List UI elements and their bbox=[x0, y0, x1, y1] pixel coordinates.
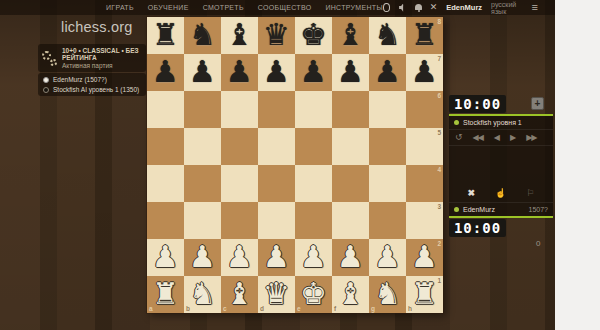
black-pawn[interactable]: ♟ bbox=[221, 54, 258, 91]
square-e2[interactable]: ♟ bbox=[295, 239, 332, 276]
square-f6[interactable] bbox=[332, 91, 369, 128]
white-pawn[interactable]: ♟ bbox=[221, 239, 258, 276]
black-queen[interactable]: ♛ bbox=[258, 17, 295, 54]
offer-draw-icon[interactable]: ☝ bbox=[495, 188, 506, 199]
square-g4[interactable] bbox=[369, 165, 406, 202]
square-g3[interactable] bbox=[369, 202, 406, 239]
square-h8[interactable]: ♜8 bbox=[406, 17, 443, 54]
square-a8[interactable]: ♜ bbox=[147, 17, 184, 54]
resign-flag-icon[interactable]: ⚐ bbox=[526, 188, 534, 199]
main-menu: ИГРАТЬ ОБУЧЕНИЕ СМОТРЕТЬ СООБЩЕСТВО ИНСТ… bbox=[106, 4, 383, 11]
square-g1[interactable]: ♞g bbox=[369, 276, 406, 313]
square-d8[interactable]: ♛ bbox=[258, 17, 295, 54]
square-h5[interactable]: 5 bbox=[406, 128, 443, 165]
abort-game-icon[interactable]: ✖ bbox=[468, 188, 476, 199]
square-c8[interactable]: ♝ bbox=[221, 17, 258, 54]
black-knight[interactable]: ♞ bbox=[369, 17, 406, 54]
square-e3[interactable] bbox=[295, 202, 332, 239]
last-move-icon[interactable]: ▶▶ bbox=[526, 133, 536, 142]
square-b6[interactable] bbox=[184, 91, 221, 128]
player-row-white[interactable]: EdenMurz (1507?) bbox=[43, 76, 141, 83]
file-label-d: d bbox=[260, 306, 264, 312]
gears-icon bbox=[42, 50, 58, 66]
black-king[interactable]: ♚ bbox=[295, 17, 332, 54]
square-e5[interactable] bbox=[295, 128, 332, 165]
chess-board: ♜♞♝♛♚♝♞♜8♟♟♟♟♟♟♟♟76543♟♟♟♟♟♟♟♟2♜a♞b♝c♛d♚… bbox=[147, 17, 443, 313]
black-pawn[interactable]: ♟ bbox=[147, 54, 184, 91]
white-pawn[interactable]: ♟ bbox=[147, 239, 184, 276]
rank-label-7: 7 bbox=[437, 56, 441, 62]
black-pawn[interactable]: ♟ bbox=[295, 54, 332, 91]
square-f8[interactable]: ♝ bbox=[332, 17, 369, 54]
panel-divider-bottom bbox=[449, 216, 553, 218]
square-f5[interactable] bbox=[332, 128, 369, 165]
rank-label-5: 5 bbox=[437, 130, 441, 136]
square-d7[interactable]: ♟ bbox=[258, 54, 295, 91]
top-nav-bar: ИГРАТЬ ОБУЧЕНИЕ СМОТРЕТЬ СООБЩЕСТВО ИНСТ… bbox=[0, 0, 555, 15]
square-e7[interactable]: ♟ bbox=[295, 54, 332, 91]
black-player-row[interactable]: Stockfish уровня 1 bbox=[449, 116, 553, 130]
white-clock: 10:00 bbox=[449, 219, 506, 237]
square-c6[interactable] bbox=[221, 91, 258, 128]
black-bishop[interactable]: ♝ bbox=[332, 17, 369, 54]
move-nav-row: ↺ ◀◀ ◀ ▶ ▶▶ bbox=[449, 130, 553, 146]
online-dot-icon bbox=[454, 207, 459, 212]
white-pawn[interactable]: ♟ bbox=[258, 239, 295, 276]
white-player-name: EdenMurz bbox=[463, 206, 495, 213]
square-b3[interactable] bbox=[184, 202, 221, 239]
sound-icon[interactable] bbox=[399, 4, 406, 12]
square-g2[interactable]: ♟ bbox=[369, 239, 406, 276]
square-g6[interactable] bbox=[369, 91, 406, 128]
black-pawn[interactable]: ♟ bbox=[332, 54, 369, 91]
hamburger-menu-icon[interactable]: ≡ bbox=[531, 3, 537, 12]
username[interactable]: EdenMurz bbox=[446, 3, 482, 12]
game-status-label: Активная партия bbox=[62, 62, 142, 69]
game-mode-label: 10+0 • CLASSICAL • БЕЗ РЕЙТИНГА bbox=[62, 47, 142, 61]
square-h7[interactable]: ♟7 bbox=[406, 54, 443, 91]
black-pawn[interactable]: ♟ bbox=[258, 54, 295, 91]
square-e1[interactable]: ♚e bbox=[295, 276, 332, 313]
rank-label-2: 2 bbox=[437, 241, 441, 247]
square-h2[interactable]: ♟2 bbox=[406, 239, 443, 276]
square-a1[interactable]: ♜a bbox=[147, 276, 184, 313]
file-label-c: c bbox=[223, 306, 227, 312]
black-knight[interactable]: ♞ bbox=[184, 17, 221, 54]
square-d1[interactable]: ♛d bbox=[258, 276, 295, 313]
square-b7[interactable]: ♟ bbox=[184, 54, 221, 91]
black-rook[interactable]: ♜ bbox=[147, 17, 184, 54]
file-label-g: g bbox=[371, 306, 375, 312]
file-label-a: a bbox=[149, 306, 153, 312]
square-d4[interactable] bbox=[258, 165, 295, 202]
square-c1[interactable]: ♝c bbox=[221, 276, 258, 313]
square-c5[interactable] bbox=[221, 128, 258, 165]
game-actions-row: ✖ ☝ ⚐ bbox=[449, 186, 553, 202]
square-g8[interactable]: ♞ bbox=[369, 17, 406, 54]
white-pawn[interactable]: ♟ bbox=[184, 239, 221, 276]
menu-watch[interactable]: СМОТРЕТЬ bbox=[203, 4, 244, 11]
lichess-page-background: ИГРАТЬ ОБУЧЕНИЕ СМОТРЕТЬ СООБЩЕСТВО ИНСТ… bbox=[0, 0, 555, 330]
square-g7[interactable]: ♟ bbox=[369, 54, 406, 91]
square-b1[interactable]: ♞b bbox=[184, 276, 221, 313]
square-c2[interactable]: ♟ bbox=[221, 239, 258, 276]
square-f3[interactable] bbox=[332, 202, 369, 239]
player-row-black[interactable]: Stockfish AI уровень 1 (1350) bbox=[43, 86, 141, 93]
rank-label-8: 8 bbox=[437, 19, 441, 25]
rank-label-6: 6 bbox=[437, 93, 441, 99]
square-c7[interactable]: ♟ bbox=[221, 54, 258, 91]
square-d3[interactable] bbox=[258, 202, 295, 239]
add-time-button[interactable]: + bbox=[531, 97, 544, 110]
square-a3[interactable] bbox=[147, 202, 184, 239]
top-right-cluster: ✕ EdenMurz русский язык ≡ bbox=[383, 1, 538, 15]
square-f4[interactable] bbox=[332, 165, 369, 202]
white-player-label: EdenMurz (1507?) bbox=[53, 76, 107, 83]
menu-learn[interactable]: ОБУЧЕНИЕ bbox=[148, 4, 189, 11]
square-a5[interactable] bbox=[147, 128, 184, 165]
close-icon[interactable]: ✕ bbox=[430, 3, 438, 12]
square-h6[interactable]: 6 bbox=[406, 91, 443, 128]
black-color-icon bbox=[43, 87, 49, 93]
menu-tools[interactable]: ИНСТРУМЕНТЫ bbox=[325, 4, 382, 11]
square-d2[interactable]: ♟ bbox=[258, 239, 295, 276]
white-pawn[interactable]: ♟ bbox=[295, 239, 332, 276]
page: ИГРАТЬ ОБУЧЕНИЕ СМОТРЕТЬ СООБЩЕСТВО ИНСТ… bbox=[0, 0, 600, 330]
black-player-name: Stockfish уровня 1 bbox=[463, 119, 522, 126]
players-box: EdenMurz (1507?) Stockfish AI уровень 1 … bbox=[38, 73, 146, 96]
challenge-icon[interactable] bbox=[383, 3, 390, 12]
square-h4[interactable]: 4 bbox=[406, 165, 443, 202]
lichess-logo[interactable]: lichess.org bbox=[61, 19, 133, 35]
square-b8[interactable]: ♞ bbox=[184, 17, 221, 54]
square-c4[interactable] bbox=[221, 165, 258, 202]
square-c3[interactable] bbox=[221, 202, 258, 239]
move-list[interactable] bbox=[449, 146, 553, 186]
square-a6[interactable] bbox=[147, 91, 184, 128]
black-bishop[interactable]: ♝ bbox=[221, 17, 258, 54]
white-color-icon bbox=[43, 77, 49, 83]
square-a4[interactable] bbox=[147, 165, 184, 202]
black-clock: 10:00 bbox=[449, 95, 506, 113]
square-g5[interactable] bbox=[369, 128, 406, 165]
square-h1[interactable]: ♜1h bbox=[406, 276, 443, 313]
file-label-h: h bbox=[408, 306, 412, 312]
menu-play[interactable]: ИГРАТЬ bbox=[106, 4, 134, 11]
square-e6[interactable] bbox=[295, 91, 332, 128]
white-pawn[interactable]: ♟ bbox=[369, 239, 406, 276]
menu-community[interactable]: СООБЩЕСТВО bbox=[258, 4, 312, 11]
online-dot-icon bbox=[454, 120, 459, 125]
square-h3[interactable]: 3 bbox=[406, 202, 443, 239]
white-pawn[interactable]: ♟ bbox=[332, 239, 369, 276]
square-e8[interactable]: ♚ bbox=[295, 17, 332, 54]
square-d6[interactable] bbox=[258, 91, 295, 128]
first-move-icon[interactable]: ◀◀ bbox=[473, 133, 483, 142]
language-selector[interactable]: русский язык bbox=[491, 1, 522, 15]
square-b5[interactable] bbox=[184, 128, 221, 165]
material-count: 0 bbox=[536, 239, 540, 248]
square-a2[interactable]: ♟ bbox=[147, 239, 184, 276]
notifications-bell-icon[interactable] bbox=[415, 4, 421, 12]
square-f7[interactable]: ♟ bbox=[332, 54, 369, 91]
square-a7[interactable]: ♟ bbox=[147, 54, 184, 91]
game-info-box: 10+0 • CLASSICAL • БЕЗ РЕЙТИНГА Активная… bbox=[38, 44, 146, 72]
square-b2[interactable]: ♟ bbox=[184, 239, 221, 276]
flip-board-icon[interactable]: ↺ bbox=[455, 133, 463, 142]
square-f2[interactable]: ♟ bbox=[332, 239, 369, 276]
game-side-panel: Stockfish уровня 1 ↺ ◀◀ ◀ ▶ ▶▶ ✖ ☝ ⚐ Ede… bbox=[449, 116, 553, 216]
black-pawn[interactable]: ♟ bbox=[184, 54, 221, 91]
rank-label-1: 1 bbox=[437, 278, 441, 284]
black-player-label: Stockfish AI уровень 1 (1350) bbox=[53, 86, 139, 93]
prev-move-icon[interactable]: ◀ bbox=[494, 133, 499, 142]
square-d5[interactable] bbox=[258, 128, 295, 165]
white-player-rating: 1507? bbox=[529, 206, 548, 213]
next-move-icon[interactable]: ▶ bbox=[510, 133, 515, 142]
white-player-row[interactable]: EdenMurz 1507? bbox=[449, 202, 553, 216]
black-pawn[interactable]: ♟ bbox=[369, 54, 406, 91]
rank-label-3: 3 bbox=[437, 204, 441, 210]
white-bishop[interactable]: ♝ bbox=[332, 276, 369, 313]
square-b4[interactable] bbox=[184, 165, 221, 202]
square-f1[interactable]: ♝f bbox=[332, 276, 369, 313]
rank-label-4: 4 bbox=[437, 167, 441, 173]
file-label-e: e bbox=[297, 306, 301, 312]
file-label-b: b bbox=[186, 306, 190, 312]
file-label-f: f bbox=[334, 306, 336, 312]
square-e4[interactable] bbox=[295, 165, 332, 202]
